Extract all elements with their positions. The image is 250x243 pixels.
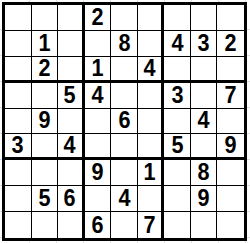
cell-r8c4[interactable]	[85, 186, 112, 212]
cell-r5c6[interactable]	[138, 109, 165, 135]
cell-r4c4[interactable]: 4	[85, 83, 112, 109]
cell-r6c2[interactable]	[32, 134, 59, 160]
cell-r4c8[interactable]	[191, 83, 218, 109]
given-digit: 3	[12, 134, 24, 157]
given-digit: 9	[225, 134, 237, 157]
cell-r1c6[interactable]	[138, 5, 165, 31]
cell-r2c5[interactable]: 8	[111, 31, 138, 57]
given-digit: 1	[144, 161, 156, 184]
cell-r8c8[interactable]: 9	[191, 186, 218, 212]
cell-r3c4[interactable]: 1	[85, 57, 112, 83]
cell-r6c4[interactable]	[85, 134, 112, 160]
cell-r2c2[interactable]: 1	[32, 31, 59, 57]
cell-r3c9[interactable]	[217, 57, 244, 83]
sudoku-board: 21843221454379643459918564967	[2, 2, 247, 241]
cell-r5c9[interactable]	[217, 109, 244, 135]
given-digit: 6	[64, 187, 76, 210]
cell-r7c1[interactable]	[5, 160, 32, 186]
cell-r7c8[interactable]: 8	[191, 160, 218, 186]
cell-r4c1[interactable]	[5, 83, 32, 109]
cell-r1c3[interactable]	[58, 5, 85, 31]
cell-r3c2[interactable]: 2	[32, 57, 59, 83]
cell-r5c7[interactable]	[164, 109, 191, 135]
given-digit: 3	[171, 84, 183, 107]
cell-r8c7[interactable]	[164, 186, 191, 212]
cell-r2c1[interactable]	[5, 31, 32, 57]
cell-r8c3[interactable]: 6	[58, 186, 85, 212]
cell-r2c6[interactable]	[138, 31, 165, 57]
given-digit: 4	[198, 109, 210, 132]
cell-r8c1[interactable]	[5, 186, 32, 212]
cell-r7c6[interactable]: 1	[138, 160, 165, 186]
given-digit: 9	[198, 187, 210, 210]
cell-r1c4[interactable]: 2	[85, 5, 112, 31]
cell-r8c6[interactable]	[138, 186, 165, 212]
cell-r9c6[interactable]: 7	[138, 212, 165, 238]
given-digit: 9	[38, 109, 50, 132]
cell-r2c7[interactable]: 4	[164, 31, 191, 57]
cell-r7c7[interactable]	[164, 160, 191, 186]
given-digit: 8	[198, 161, 210, 184]
cell-r6c1[interactable]: 3	[5, 134, 32, 160]
cell-r1c5[interactable]	[111, 5, 138, 31]
cell-r5c8[interactable]: 4	[191, 109, 218, 135]
cell-r5c4[interactable]	[85, 109, 112, 135]
cell-r3c1[interactable]	[5, 57, 32, 83]
cell-r9c9[interactable]	[217, 212, 244, 238]
cell-r1c1[interactable]	[5, 5, 32, 31]
given-digit: 3	[198, 32, 210, 55]
sudoku-page: 21843221454379643459918564967	[0, 0, 250, 243]
cell-r9c7[interactable]	[164, 212, 191, 238]
given-digit: 4	[171, 32, 183, 55]
cell-r6c9[interactable]: 9	[217, 134, 244, 160]
cell-r2c3[interactable]	[58, 31, 85, 57]
given-digit: 2	[38, 57, 50, 80]
cell-r1c9[interactable]	[217, 5, 244, 31]
cell-r5c2[interactable]: 9	[32, 109, 59, 135]
cell-r4c5[interactable]	[111, 83, 138, 109]
cell-r7c4[interactable]: 9	[85, 160, 112, 186]
cell-r3c5[interactable]	[111, 57, 138, 83]
cell-r7c2[interactable]	[32, 160, 59, 186]
given-digit: 7	[225, 84, 237, 107]
cell-r3c7[interactable]	[164, 57, 191, 83]
given-digit: 5	[64, 84, 76, 107]
cell-r3c6[interactable]: 4	[138, 57, 165, 83]
cell-r1c7[interactable]	[164, 5, 191, 31]
cell-r1c2[interactable]	[32, 5, 59, 31]
cell-r8c9[interactable]	[217, 186, 244, 212]
cell-r6c6[interactable]	[138, 134, 165, 160]
given-digit: 1	[91, 57, 103, 80]
cell-r4c9[interactable]: 7	[217, 83, 244, 109]
cell-r3c8[interactable]	[191, 57, 218, 83]
cell-r6c7[interactable]: 5	[164, 134, 191, 160]
cell-r4c7[interactable]: 3	[164, 83, 191, 109]
cell-r3c3[interactable]	[58, 57, 85, 83]
given-digit: 2	[225, 32, 237, 55]
given-digit: 4	[91, 84, 103, 107]
cell-r2c8[interactable]: 3	[191, 31, 218, 57]
cell-r9c5[interactable]	[111, 212, 138, 238]
cell-r4c3[interactable]: 5	[58, 83, 85, 109]
cell-r9c8[interactable]	[191, 212, 218, 238]
cell-r7c9[interactable]	[217, 160, 244, 186]
cell-r5c1[interactable]	[5, 109, 32, 135]
cell-r9c3[interactable]	[58, 212, 85, 238]
cell-r7c5[interactable]	[111, 160, 138, 186]
cell-r5c5[interactable]: 6	[111, 109, 138, 135]
given-digit: 6	[118, 109, 130, 132]
given-digit: 2	[91, 6, 103, 29]
given-digit: 4	[144, 57, 156, 80]
cell-r9c1[interactable]	[5, 212, 32, 238]
cell-r9c2[interactable]	[32, 212, 59, 238]
cell-r5c3[interactable]	[58, 109, 85, 135]
given-digit: 1	[38, 32, 50, 55]
cell-r2c4[interactable]	[85, 31, 112, 57]
given-digit: 9	[91, 161, 103, 184]
cell-r2c9[interactable]: 2	[217, 31, 244, 57]
cell-r1c8[interactable]	[191, 5, 218, 31]
cell-r8c5[interactable]: 4	[111, 186, 138, 212]
cell-r9c4[interactable]: 6	[85, 212, 112, 238]
given-digit: 8	[118, 32, 130, 55]
cell-r4c6[interactable]	[138, 83, 165, 109]
cell-r6c8[interactable]	[191, 134, 218, 160]
given-digit: 4	[64, 134, 76, 157]
cell-r8c2[interactable]: 5	[32, 186, 59, 212]
cell-r4c2[interactable]	[32, 83, 59, 109]
given-digit: 4	[118, 187, 130, 210]
cell-r7c3[interactable]	[58, 160, 85, 186]
given-digit: 5	[171, 134, 183, 157]
given-digit: 6	[91, 214, 103, 237]
given-digit: 7	[144, 214, 156, 237]
cell-r6c5[interactable]	[111, 134, 138, 160]
given-digit: 5	[38, 187, 50, 210]
cell-r6c3[interactable]: 4	[58, 134, 85, 160]
